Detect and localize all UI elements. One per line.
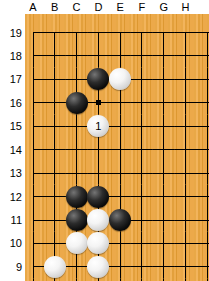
intersection-F9[interactable] [131, 255, 153, 278]
intersection-G19[interactable] [153, 21, 175, 44]
intersection-H16[interactable] [175, 91, 197, 114]
intersection-F16[interactable] [131, 91, 153, 114]
intersection-A14[interactable] [25, 138, 44, 161]
col-label-A: A [22, 0, 44, 15]
intersection-C14[interactable] [66, 138, 88, 161]
intersection-J13[interactable] [196, 161, 209, 184]
intersection-D16[interactable] [88, 91, 110, 114]
row-label-9: 9 [0, 255, 25, 278]
intersection-A19[interactable] [25, 21, 44, 44]
intersection-A9[interactable] [25, 255, 44, 278]
intersection-B17[interactable] [44, 68, 66, 91]
intersection-E18[interactable] [109, 44, 131, 67]
intersection-J15[interactable] [196, 115, 209, 138]
row-label-19: 19 [0, 21, 25, 44]
intersection-C13[interactable] [66, 161, 88, 184]
intersection-E11[interactable] [109, 208, 131, 231]
row-label-13: 13 [0, 161, 25, 184]
intersection-G10[interactable] [153, 232, 175, 255]
intersection-J17[interactable] [196, 68, 209, 91]
intersection-E10[interactable] [109, 232, 131, 255]
col-label-B: B [44, 0, 66, 15]
intersection-H10[interactable] [175, 232, 197, 255]
intersection-J11[interactable] [196, 208, 209, 231]
intersection-C18[interactable] [66, 44, 88, 67]
intersection-B19[interactable] [44, 21, 66, 44]
black-stone-D17 [87, 68, 109, 90]
white-stone-E17 [109, 68, 131, 90]
intersection-D13[interactable] [88, 161, 110, 184]
intersection-D19[interactable] [88, 21, 110, 44]
col-label-D: D [87, 0, 109, 15]
col-label-C: C [66, 0, 88, 15]
intersection-E15[interactable] [109, 115, 131, 138]
intersection-D9[interactable] [88, 255, 110, 278]
intersection-F18[interactable] [131, 44, 153, 67]
intersection-G15[interactable] [153, 115, 175, 138]
intersection-C9[interactable] [66, 255, 88, 278]
intersection-G9[interactable] [153, 255, 175, 278]
intersection-B11[interactable] [44, 208, 66, 231]
intersection-B16[interactable] [44, 91, 66, 114]
intersection-G14[interactable] [153, 138, 175, 161]
intersection-J10[interactable] [196, 232, 209, 255]
intersection-D11[interactable] [88, 208, 110, 231]
intersection-E17[interactable] [109, 68, 131, 91]
col-label-F: F [131, 0, 153, 15]
intersection-H12[interactable] [175, 185, 197, 208]
row-label-12: 12 [0, 185, 25, 208]
white-stone-B9 [44, 256, 66, 278]
col-label-E: E [109, 0, 131, 15]
intersection-D18[interactable] [88, 44, 110, 67]
intersection-G12[interactable] [153, 185, 175, 208]
intersection-E16[interactable] [109, 91, 131, 114]
row-label-15: 15 [0, 115, 25, 138]
intersection-F12[interactable] [131, 185, 153, 208]
row-labels: 191817161514131211109 [0, 21, 25, 281]
black-stone-E11 [109, 209, 131, 231]
row-label-10: 10 [0, 232, 25, 255]
star-point-D16 [96, 100, 101, 105]
black-stone-C12 [66, 186, 88, 208]
intersection-B15[interactable] [44, 115, 66, 138]
intersection-A16[interactable] [25, 91, 44, 114]
white-stone-D9 [87, 256, 109, 278]
intersection-J18[interactable] [196, 44, 209, 67]
intersection-C15[interactable] [66, 115, 88, 138]
intersection-F14[interactable] [131, 138, 153, 161]
board-grid: 1 [25, 21, 209, 281]
row-label-14: 14 [0, 138, 25, 161]
intersection-F17[interactable] [131, 68, 153, 91]
white-stone-D10 [87, 232, 109, 254]
intersection-B14[interactable] [44, 138, 66, 161]
black-stone-C11 [66, 209, 88, 231]
intersection-F19[interactable] [131, 21, 153, 44]
intersection-F13[interactable] [131, 161, 153, 184]
intersection-E19[interactable] [109, 21, 131, 44]
intersection-E13[interactable] [109, 161, 131, 184]
intersection-A12[interactable] [25, 185, 44, 208]
intersection-J12[interactable] [196, 185, 209, 208]
go-diagram: ABCDEFGH 191817161514131211109 1 [0, 0, 209, 281]
move-number-label: 1 [95, 121, 101, 132]
col-label-J [196, 0, 209, 15]
intersection-J14[interactable] [196, 138, 209, 161]
intersection-H13[interactable] [175, 161, 197, 184]
intersection-H9[interactable] [175, 255, 197, 278]
intersection-A17[interactable] [25, 68, 44, 91]
intersection-C12[interactable] [66, 185, 88, 208]
row-label-11: 11 [0, 208, 25, 231]
intersection-J16[interactable] [196, 91, 209, 114]
intersection-F15[interactable] [131, 115, 153, 138]
white-stone-D11 [87, 209, 109, 231]
intersection-G13[interactable] [153, 161, 175, 184]
intersection-C17[interactable] [66, 68, 88, 91]
intersection-G11[interactable] [153, 208, 175, 231]
go-board[interactable]: 1 [25, 14, 209, 281]
intersection-H19[interactable] [175, 21, 197, 44]
intersection-D12[interactable] [88, 185, 110, 208]
intersection-C10[interactable] [66, 232, 88, 255]
intersection-G17[interactable] [153, 68, 175, 91]
intersection-D10[interactable] [88, 232, 110, 255]
intersection-B13[interactable] [44, 161, 66, 184]
intersection-B18[interactable] [44, 44, 66, 67]
column-labels: ABCDEFGH [22, 0, 209, 14]
black-stone-C16 [66, 92, 88, 114]
intersection-B9[interactable] [44, 255, 66, 278]
intersection-B10[interactable] [44, 232, 66, 255]
intersection-J9[interactable] [196, 255, 209, 278]
row-label-17: 17 [0, 68, 25, 91]
intersection-G18[interactable] [153, 44, 175, 67]
intersection-A15[interactable] [25, 115, 44, 138]
intersection-H18[interactable] [175, 44, 197, 67]
black-stone-D12 [87, 186, 109, 208]
intersection-C19[interactable] [66, 21, 88, 44]
intersection-D14[interactable] [88, 138, 110, 161]
intersection-A11[interactable] [25, 208, 44, 231]
intersection-E14[interactable] [109, 138, 131, 161]
intersection-E9[interactable] [109, 255, 131, 278]
intersection-H14[interactable] [175, 138, 197, 161]
intersection-F10[interactable] [131, 232, 153, 255]
intersection-B12[interactable] [44, 185, 66, 208]
intersection-C11[interactable] [66, 208, 88, 231]
intersection-F11[interactable] [131, 208, 153, 231]
white-stone-C10 [66, 232, 88, 254]
intersection-D15[interactable]: 1 [88, 115, 110, 138]
intersection-H17[interactable] [175, 68, 197, 91]
intersection-G16[interactable] [153, 91, 175, 114]
col-label-G: G [153, 0, 175, 15]
col-label-H: H [175, 0, 197, 15]
white-stone-D15: 1 [87, 115, 109, 137]
intersection-C16[interactable] [66, 91, 88, 114]
intersection-A10[interactable] [25, 232, 44, 255]
row-label-18: 18 [0, 44, 25, 67]
intersection-A18[interactable] [25, 44, 44, 67]
intersection-D17[interactable] [88, 68, 110, 91]
intersection-H15[interactable] [175, 115, 197, 138]
intersection-J19[interactable] [196, 21, 209, 44]
intersection-E12[interactable] [109, 185, 131, 208]
intersection-H11[interactable] [175, 208, 197, 231]
intersection-A13[interactable] [25, 161, 44, 184]
row-label-16: 16 [0, 91, 25, 114]
